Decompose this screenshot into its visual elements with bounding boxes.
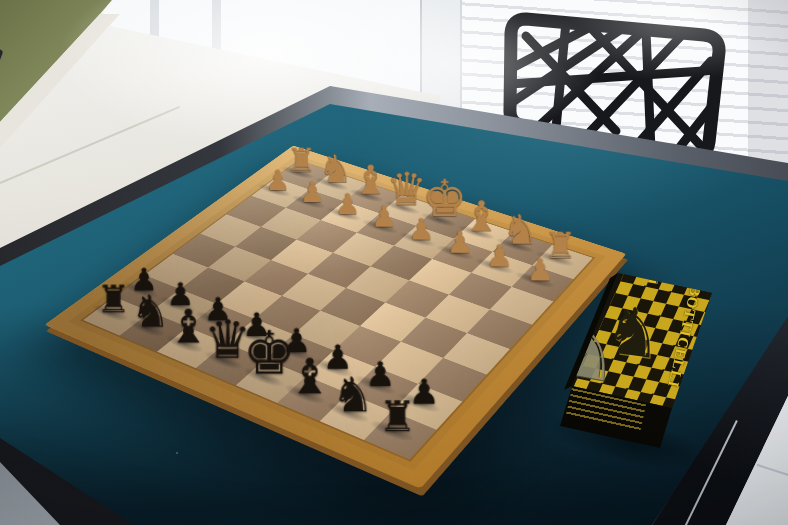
square-h3	[490, 287, 553, 325]
chess-set-box: ♞ ♞ ♞ BOTTICELLI	[552, 252, 742, 467]
piece-black-rook: ♜	[371, 395, 424, 438]
knight-artwork-icon: ♞	[600, 296, 668, 370]
photo-scene: ♜♞♝♛♚♝♞♜♟♟♟♟♟♟♟♟♟♟♟♟♟♟♟♟♜♞♝♛♚♝♞♜ ♞ ♞ ♞ B…	[0, 0, 788, 525]
felt-speck	[176, 452, 178, 454]
knight-emblem-icon: ♞	[642, 265, 663, 288]
